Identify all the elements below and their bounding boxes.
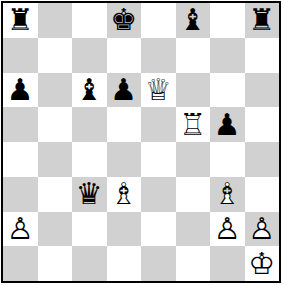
- square-d5[interactable]: [107, 107, 142, 142]
- square-c5[interactable]: [72, 107, 107, 142]
- square-a1[interactable]: [3, 246, 38, 281]
- piece-glyph: ♕: [145, 75, 172, 105]
- black-rook: ♜: [3, 3, 38, 38]
- black-bishop: ♝: [72, 73, 107, 108]
- square-h4[interactable]: [245, 142, 280, 177]
- square-f7[interactable]: [176, 38, 211, 73]
- chess-diagram: ♜♚♝♜♟♝♟♛♕♜♖♟♛♝♗♝♗♟♙♟♙♟♙♚♔: [0, 0, 283, 285]
- square-c4[interactable]: [72, 142, 107, 177]
- square-c2[interactable]: [72, 212, 107, 247]
- square-c8[interactable]: [72, 3, 107, 38]
- square-h5[interactable]: [245, 107, 280, 142]
- square-e3[interactable]: [141, 177, 176, 212]
- black-pawn: ♟: [210, 107, 245, 142]
- white-pawn: ♟♙: [3, 212, 38, 247]
- square-f5[interactable]: ♜♖: [176, 107, 211, 142]
- square-f4[interactable]: [176, 142, 211, 177]
- square-b2[interactable]: [38, 212, 73, 247]
- square-c6[interactable]: ♝: [72, 73, 107, 108]
- square-b7[interactable]: [38, 38, 73, 73]
- piece-glyph: ♙: [214, 214, 241, 244]
- black-pawn: ♟: [107, 73, 142, 108]
- square-a6[interactable]: ♟: [3, 73, 38, 108]
- square-b6[interactable]: [38, 73, 73, 108]
- piece-glyph: ♙: [7, 214, 34, 244]
- piece-glyph: ♗: [110, 179, 137, 209]
- piece-glyph: ♛: [76, 179, 103, 209]
- piece-glyph: ♔: [248, 249, 275, 279]
- square-c3[interactable]: ♛: [72, 177, 107, 212]
- square-a3[interactable]: [3, 177, 38, 212]
- square-e7[interactable]: [141, 38, 176, 73]
- piece-glyph: ♟: [7, 75, 34, 105]
- square-f3[interactable]: [176, 177, 211, 212]
- white-bishop: ♝♗: [210, 177, 245, 212]
- piece-glyph: ♜: [248, 5, 275, 35]
- square-d4[interactable]: [107, 142, 142, 177]
- square-f2[interactable]: [176, 212, 211, 247]
- piece-glyph: ♗: [214, 179, 241, 209]
- piece-glyph: ♖: [179, 110, 206, 140]
- black-bishop: ♝: [176, 3, 211, 38]
- square-e1[interactable]: [141, 246, 176, 281]
- square-h2[interactable]: ♟♙: [245, 212, 280, 247]
- piece-glyph: ♚: [110, 5, 137, 35]
- square-e5[interactable]: [141, 107, 176, 142]
- square-c7[interactable]: [72, 38, 107, 73]
- piece-glyph: ♝: [179, 5, 206, 35]
- square-b5[interactable]: [38, 107, 73, 142]
- square-d3[interactable]: ♝♗: [107, 177, 142, 212]
- chess-board: ♜♚♝♜♟♝♟♛♕♜♖♟♛♝♗♝♗♟♙♟♙♟♙♚♔: [1, 1, 281, 283]
- piece-glyph: ♟: [110, 75, 137, 105]
- white-king: ♚♔: [245, 246, 280, 281]
- piece-glyph: ♟: [214, 110, 241, 140]
- piece-glyph: ♝: [76, 75, 103, 105]
- white-pawn: ♟♙: [245, 212, 280, 247]
- square-e2[interactable]: [141, 212, 176, 247]
- square-d1[interactable]: [107, 246, 142, 281]
- white-pawn: ♟♙: [210, 212, 245, 247]
- square-h3[interactable]: [245, 177, 280, 212]
- square-d2[interactable]: [107, 212, 142, 247]
- square-g7[interactable]: [210, 38, 245, 73]
- black-queen: ♛: [72, 177, 107, 212]
- square-b4[interactable]: [38, 142, 73, 177]
- square-g3[interactable]: ♝♗: [210, 177, 245, 212]
- white-queen: ♛♕: [141, 73, 176, 108]
- square-g1[interactable]: [210, 246, 245, 281]
- piece-glyph: ♜: [7, 5, 34, 35]
- square-e6[interactable]: ♛♕: [141, 73, 176, 108]
- square-a8[interactable]: ♜: [3, 3, 38, 38]
- black-king: ♚: [107, 3, 142, 38]
- square-h7[interactable]: [245, 38, 280, 73]
- square-d6[interactable]: ♟: [107, 73, 142, 108]
- square-b3[interactable]: [38, 177, 73, 212]
- square-d8[interactable]: ♚: [107, 3, 142, 38]
- square-f8[interactable]: ♝: [176, 3, 211, 38]
- square-d7[interactable]: [107, 38, 142, 73]
- square-g4[interactable]: [210, 142, 245, 177]
- square-a7[interactable]: [3, 38, 38, 73]
- square-h6[interactable]: [245, 73, 280, 108]
- square-b1[interactable]: [38, 246, 73, 281]
- square-c1[interactable]: [72, 246, 107, 281]
- square-g5[interactable]: ♟: [210, 107, 245, 142]
- square-g2[interactable]: ♟♙: [210, 212, 245, 247]
- white-rook: ♜♖: [176, 107, 211, 142]
- black-rook: ♜: [245, 3, 280, 38]
- square-h8[interactable]: ♜: [245, 3, 280, 38]
- square-e8[interactable]: [141, 3, 176, 38]
- square-e4[interactable]: [141, 142, 176, 177]
- piece-glyph: ♙: [248, 214, 275, 244]
- white-bishop: ♝♗: [107, 177, 142, 212]
- square-f1[interactable]: [176, 246, 211, 281]
- square-g8[interactable]: [210, 3, 245, 38]
- square-h1[interactable]: ♚♔: [245, 246, 280, 281]
- square-g6[interactable]: [210, 73, 245, 108]
- square-f6[interactable]: [176, 73, 211, 108]
- square-a2[interactable]: ♟♙: [3, 212, 38, 247]
- black-pawn: ♟: [3, 73, 38, 108]
- square-b8[interactable]: [38, 3, 73, 38]
- square-a5[interactable]: [3, 107, 38, 142]
- square-a4[interactable]: [3, 142, 38, 177]
